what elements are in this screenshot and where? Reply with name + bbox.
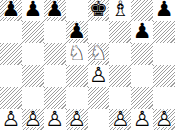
white-pawn-halo: ♟ [108, 107, 133, 130]
black-pawn: ♟ [0, 0, 22, 19]
black-pawn: ♟ [131, 20, 153, 41]
square-d5: ♞♘ [66, 43, 88, 65]
square-d2: ♟♙ [66, 109, 88, 131]
black-pawn: ♟ [153, 0, 175, 19]
black-pawn: ♟ [66, 20, 88, 41]
square-f7: ♝♗ [109, 0, 131, 21]
white-knight-halo: ♞ [86, 41, 111, 65]
square-f5 [109, 43, 131, 65]
white-pawn: ♙ [131, 108, 153, 129]
square-h7: ♟♟ [153, 0, 175, 21]
white-pawn-halo: ♟ [86, 63, 111, 87]
square-a7: ♟♟ [0, 0, 22, 21]
white-bishop-halo: ♝ [108, 0, 133, 21]
square-b5 [22, 43, 44, 65]
white-pawn: ♙ [66, 108, 88, 129]
square-h4 [153, 65, 175, 87]
black-pawn: ♟ [22, 0, 44, 19]
white-pawn-halo: ♟ [0, 107, 23, 130]
square-a3 [0, 87, 22, 109]
square-h5 [153, 43, 175, 65]
square-e3 [88, 87, 110, 109]
square-h3 [153, 87, 175, 109]
white-pawn: ♙ [109, 108, 131, 129]
white-pawn: ♙ [44, 108, 66, 129]
black-pawn: ♟ [44, 0, 66, 19]
white-pawn: ♙ [153, 108, 175, 129]
square-e4: ♟♙ [88, 65, 110, 87]
square-b3 [22, 87, 44, 109]
white-pawn: ♙ [0, 108, 22, 129]
square-g2: ♟♙ [131, 109, 153, 131]
square-d7 [66, 0, 88, 21]
square-e6 [88, 21, 110, 43]
square-c7: ♟♟ [44, 0, 66, 21]
square-a4 [0, 65, 22, 87]
square-h2: ♟♙ [153, 109, 175, 131]
square-c2: ♟♙ [44, 109, 66, 131]
square-b7: ♟♟ [22, 0, 44, 21]
square-a5 [0, 43, 22, 65]
black-king: ♚ [88, 0, 110, 19]
white-bishop: ♗ [109, 0, 131, 19]
square-d3 [66, 87, 88, 109]
white-pawn-halo: ♟ [64, 107, 89, 130]
black-pawn-halo: ♟ [130, 19, 155, 43]
black-king-halo: ♚ [86, 0, 111, 21]
square-h6 [153, 21, 175, 43]
square-a2: ♟♙ [0, 109, 22, 131]
white-knight-halo: ♞ [64, 41, 89, 65]
square-c5 [44, 43, 66, 65]
black-pawn-halo: ♟ [64, 19, 89, 43]
square-c6 [44, 21, 66, 43]
square-g6: ♟♟ [131, 21, 153, 43]
square-f2: ♟♙ [109, 109, 131, 131]
square-a6 [0, 21, 22, 43]
square-c3 [44, 87, 66, 109]
white-knight: ♘ [88, 42, 110, 63]
white-pawn-halo: ♟ [152, 107, 175, 130]
square-g3 [131, 87, 153, 109]
white-pawn-halo: ♟ [42, 107, 67, 130]
square-e5: ♞♘ [88, 43, 110, 65]
chess-diagram-viewport: ♟♟♟♟♟♟♚♚♝♗♟♟♟♟♟♟♞♘♞♘♟♙♟♙♟♙♟♙♟♙♟♙♟♙♟♙ [0, 0, 175, 130]
chess-board: ♟♟♟♟♟♟♚♚♝♗♟♟♟♟♟♟♞♘♞♘♟♙♟♙♟♙♟♙♟♙♟♙♟♙♟♙ [0, 0, 175, 130]
white-pawn: ♙ [88, 64, 110, 85]
black-pawn-halo: ♟ [20, 0, 45, 21]
square-g4 [131, 65, 153, 87]
black-pawn-halo: ♟ [42, 0, 67, 21]
square-g7 [131, 0, 153, 21]
white-pawn-halo: ♟ [130, 107, 155, 130]
square-e2 [88, 109, 110, 131]
square-g5 [131, 43, 153, 65]
square-f4 [109, 65, 131, 87]
square-b2: ♟♙ [22, 109, 44, 131]
white-pawn: ♙ [22, 108, 44, 129]
square-f6 [109, 21, 131, 43]
black-pawn-halo: ♟ [0, 0, 23, 21]
white-pawn-halo: ♟ [20, 107, 45, 130]
white-knight: ♘ [66, 42, 88, 63]
square-e7: ♚♚ [88, 0, 110, 21]
square-d6: ♟♟ [66, 21, 88, 43]
square-d4 [66, 65, 88, 87]
square-b6 [22, 21, 44, 43]
square-c4 [44, 65, 66, 87]
square-b4 [22, 65, 44, 87]
black-pawn-halo: ♟ [152, 0, 175, 21]
square-f3 [109, 87, 131, 109]
